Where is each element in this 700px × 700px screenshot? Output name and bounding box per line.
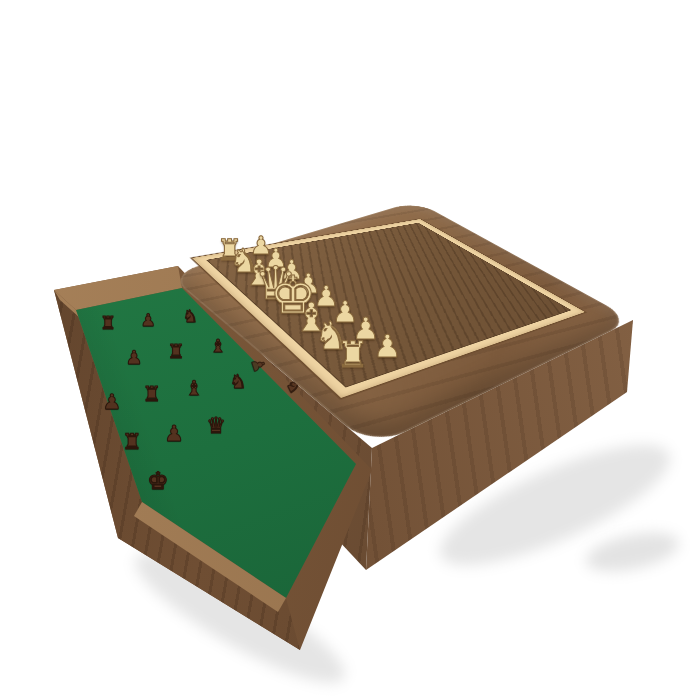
drawer-piece-black-rook: ♜ xyxy=(122,431,142,453)
drawer-piece-black-pawn: ♟ xyxy=(164,423,184,445)
drawer-piece-black-bishop: ♝ xyxy=(210,337,226,355)
drawer-piece-black-king: ♚ xyxy=(147,469,169,493)
drawer-piece-black-knight: ♞ xyxy=(182,308,197,325)
chess-set-photo: ♜♟♞♟♜♝♟♜♝♞♜♟♛♚♟♞ ♜♞♝♛♚♝♞♜♟♟♟♟♟♟♟♟ xyxy=(0,0,700,700)
board-pieces-layer: ♜♞♝♛♚♝♞♜♟♟♟♟♟♟♟♟ xyxy=(0,0,700,700)
drawer-piece-black-rook: ♜ xyxy=(167,342,184,361)
drawer-piece-black-rook: ♜ xyxy=(143,384,162,405)
drawer-piece-black-pawn: ♟ xyxy=(125,348,142,367)
drawer-piece-black-pawn: ♟ xyxy=(103,392,122,413)
drawer-piece-black-pawn: ♟ xyxy=(140,312,155,329)
piece-white-pawn: ♟ xyxy=(373,331,401,362)
drawer-piece-black-bishop: ♝ xyxy=(185,378,203,398)
piece-white-rook: ♜ xyxy=(336,337,369,373)
drawer-piece-black-knight: ♞ xyxy=(229,372,246,391)
drawer-piece-black-rook: ♜ xyxy=(100,314,116,332)
drawer-piece-black-queen: ♛ xyxy=(206,415,226,437)
